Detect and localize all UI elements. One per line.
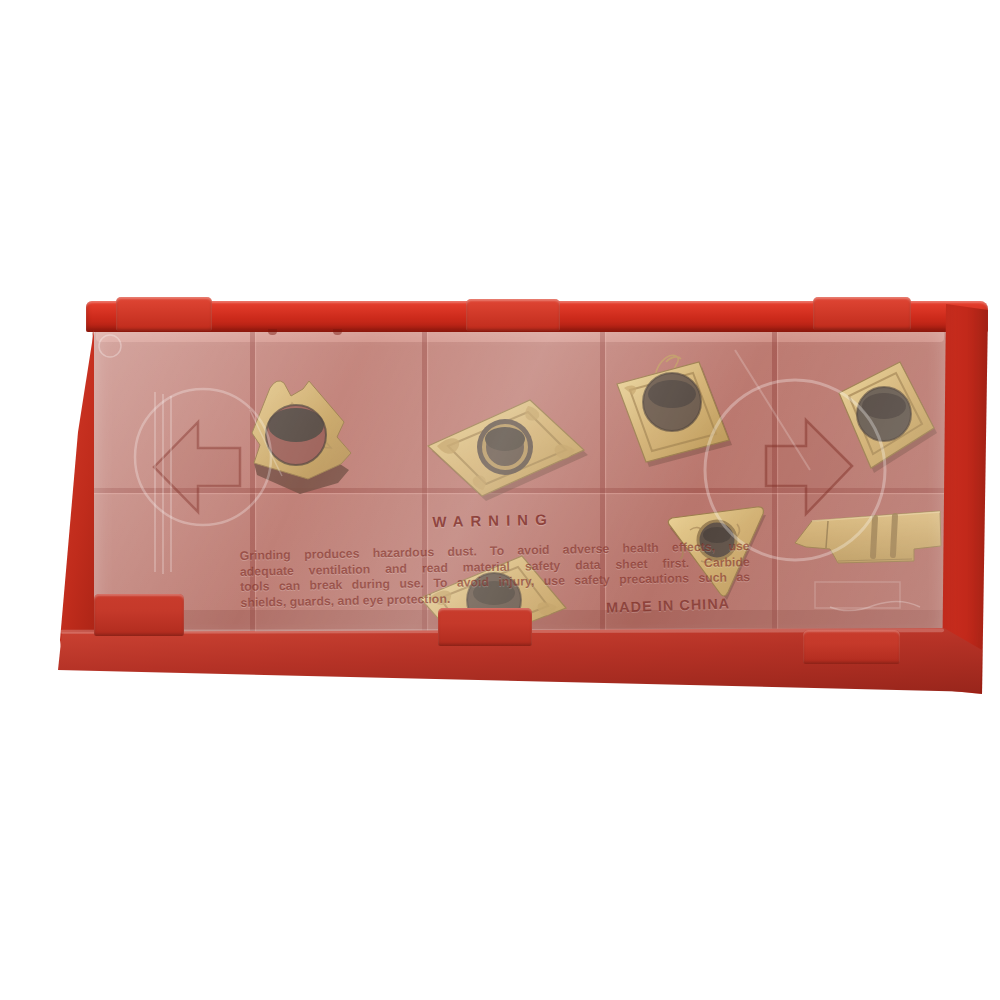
arrow-right-icon (705, 350, 885, 560)
warning-title: WARNING (418, 510, 568, 530)
lid-corner-circle (99, 335, 121, 357)
lid-emboss-rect (815, 582, 900, 608)
hinge-tab (466, 299, 560, 331)
hinge-tab (813, 297, 911, 330)
latch-tab (94, 594, 184, 636)
hinge-tab (116, 297, 212, 331)
latch-tab (803, 630, 900, 664)
latch-tab (438, 608, 532, 646)
